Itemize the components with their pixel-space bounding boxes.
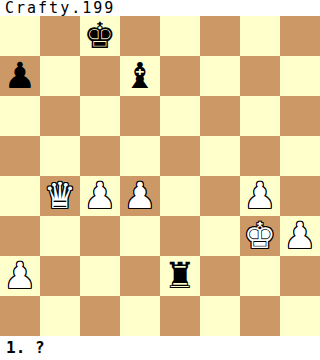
square-d7[interactable]: ♝ xyxy=(120,56,160,96)
square-d5[interactable] xyxy=(120,136,160,176)
black-bishop[interactable]: ♝ xyxy=(124,56,156,96)
page-title: Crafty.199 xyxy=(0,0,115,16)
square-a6[interactable] xyxy=(0,96,40,136)
white-pawn[interactable]: ♟ xyxy=(84,176,116,216)
square-f4[interactable] xyxy=(200,176,240,216)
square-e1[interactable] xyxy=(160,296,200,336)
square-f8[interactable] xyxy=(200,16,240,56)
title-bar: Crafty.199 xyxy=(0,0,320,16)
square-a1[interactable] xyxy=(0,296,40,336)
square-f2[interactable] xyxy=(200,256,240,296)
square-h5[interactable] xyxy=(280,136,320,176)
square-f6[interactable] xyxy=(200,96,240,136)
move-prompt: 1. ? xyxy=(0,336,45,360)
square-g2[interactable] xyxy=(240,256,280,296)
square-b8[interactable] xyxy=(40,16,80,56)
square-g3[interactable]: ♚ xyxy=(240,216,280,256)
square-c7[interactable] xyxy=(80,56,120,96)
square-a7[interactable]: ♟ xyxy=(0,56,40,96)
square-h7[interactable] xyxy=(280,56,320,96)
black-pawn[interactable]: ♟ xyxy=(4,56,36,96)
square-f3[interactable] xyxy=(200,216,240,256)
square-b2[interactable] xyxy=(40,256,80,296)
square-a3[interactable] xyxy=(0,216,40,256)
square-c6[interactable] xyxy=(80,96,120,136)
square-g7[interactable] xyxy=(240,56,280,96)
square-b1[interactable] xyxy=(40,296,80,336)
square-g6[interactable] xyxy=(240,96,280,136)
square-g5[interactable] xyxy=(240,136,280,176)
square-d6[interactable] xyxy=(120,96,160,136)
square-h2[interactable] xyxy=(280,256,320,296)
square-g4[interactable]: ♟ xyxy=(240,176,280,216)
white-pawn[interactable]: ♟ xyxy=(244,176,276,216)
square-g1[interactable] xyxy=(240,296,280,336)
square-d1[interactable] xyxy=(120,296,160,336)
square-e3[interactable] xyxy=(160,216,200,256)
square-h4[interactable] xyxy=(280,176,320,216)
black-king[interactable]: ♚ xyxy=(84,16,116,56)
square-h8[interactable] xyxy=(280,16,320,56)
square-c5[interactable] xyxy=(80,136,120,176)
white-king[interactable]: ♚ xyxy=(244,216,276,256)
square-b7[interactable] xyxy=(40,56,80,96)
white-pawn[interactable]: ♟ xyxy=(124,176,156,216)
square-c2[interactable] xyxy=(80,256,120,296)
square-e7[interactable] xyxy=(160,56,200,96)
square-c3[interactable] xyxy=(80,216,120,256)
square-b6[interactable] xyxy=(40,96,80,136)
square-c4[interactable]: ♟ xyxy=(80,176,120,216)
square-d3[interactable] xyxy=(120,216,160,256)
square-a4[interactable] xyxy=(0,176,40,216)
square-e8[interactable] xyxy=(160,16,200,56)
square-e6[interactable] xyxy=(160,96,200,136)
square-g8[interactable] xyxy=(240,16,280,56)
board: ♚♟♝♛♟♟♟♚♟♟♜ xyxy=(0,16,320,336)
white-queen[interactable]: ♛ xyxy=(44,176,76,216)
square-a2[interactable]: ♟ xyxy=(0,256,40,296)
white-pawn[interactable]: ♟ xyxy=(4,256,36,296)
square-c8[interactable]: ♚ xyxy=(80,16,120,56)
square-a5[interactable] xyxy=(0,136,40,176)
square-a8[interactable] xyxy=(0,16,40,56)
square-b4[interactable]: ♛ xyxy=(40,176,80,216)
square-e4[interactable] xyxy=(160,176,200,216)
square-d2[interactable] xyxy=(120,256,160,296)
square-h3[interactable]: ♟ xyxy=(280,216,320,256)
square-e2[interactable]: ♜ xyxy=(160,256,200,296)
square-d8[interactable] xyxy=(120,16,160,56)
square-f7[interactable] xyxy=(200,56,240,96)
square-f5[interactable] xyxy=(200,136,240,176)
black-rook[interactable]: ♜ xyxy=(164,256,196,296)
square-f1[interactable] xyxy=(200,296,240,336)
square-b5[interactable] xyxy=(40,136,80,176)
square-c1[interactable] xyxy=(80,296,120,336)
square-b3[interactable] xyxy=(40,216,80,256)
square-h6[interactable] xyxy=(280,96,320,136)
square-e5[interactable] xyxy=(160,136,200,176)
chess-diagram-page: Crafty.199 ♚♟♝♛♟♟♟♚♟♟♜ 1. ? xyxy=(0,0,320,360)
footer-bar: 1. ? xyxy=(0,336,320,360)
square-d4[interactable]: ♟ xyxy=(120,176,160,216)
square-h1[interactable] xyxy=(280,296,320,336)
white-pawn[interactable]: ♟ xyxy=(284,216,316,256)
